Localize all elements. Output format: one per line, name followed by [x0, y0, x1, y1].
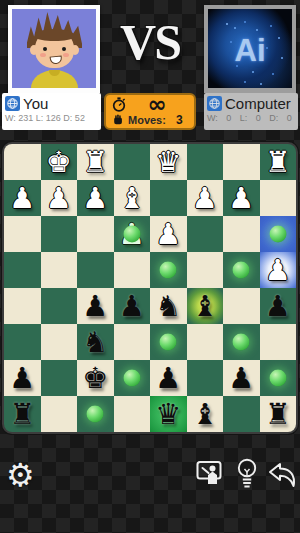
- square-f4[interactable]: [77, 252, 114, 288]
- square-b8[interactable]: [223, 396, 260, 432]
- globe-icon: [207, 96, 222, 111]
- black-knight: ♞: [150, 288, 187, 324]
- player-name: You: [23, 95, 48, 112]
- hand-icon: [112, 114, 124, 126]
- chess-board: ♚♜♛♜♟♟♟♝♟♟♟♟♟♟♟♞♝♟♞♟♚♟♟♜♛♝♜: [4, 144, 296, 432]
- white-pawn: ♟: [223, 180, 260, 216]
- square-b5[interactable]: [223, 288, 260, 324]
- square-d1[interactable]: ♛: [150, 144, 187, 180]
- move-hint-dot: [160, 262, 177, 279]
- board-frame: ♚♜♛♜♟♟♟♝♟♟♟♟♟♟♟♞♝♟♞♟♚♟♟♜♛♝♜: [2, 142, 298, 434]
- square-c5[interactable]: ♝: [187, 288, 224, 324]
- player-info-box: You W: 231 L: 126 D: 52: [2, 93, 101, 130]
- black-pawn: ♟: [77, 288, 114, 324]
- settings-gear-icon[interactable]: ⚙: [6, 456, 35, 494]
- square-b2[interactable]: ♟: [223, 180, 260, 216]
- computer-name: Computer: [225, 95, 291, 112]
- vs-label: VS: [100, 13, 200, 71]
- move-hint-dot: [269, 370, 286, 387]
- white-pawn: ♟: [41, 180, 78, 216]
- square-b3[interactable]: [223, 216, 260, 252]
- square-a3[interactable]: [260, 216, 297, 252]
- black-knight: ♞: [77, 324, 114, 360]
- move-hint-dot: [123, 226, 140, 243]
- square-g5[interactable]: [41, 288, 78, 324]
- move-hint-dot: [233, 334, 250, 351]
- square-h2[interactable]: ♟: [4, 180, 41, 216]
- move-hint-dot: [87, 406, 104, 423]
- white-pawn: ♟: [187, 180, 224, 216]
- move-hint-dot: [123, 370, 140, 387]
- square-d8[interactable]: ♛: [150, 396, 187, 432]
- square-d3[interactable]: ♟: [150, 216, 187, 252]
- move-hint-dot: [160, 334, 177, 351]
- player-stats: W: 231 L: 126 D: 52: [5, 113, 101, 123]
- square-h5[interactable]: [4, 288, 41, 324]
- square-f7[interactable]: ♚: [77, 360, 114, 396]
- square-b7[interactable]: ♟: [223, 360, 260, 396]
- square-h4[interactable]: [4, 252, 41, 288]
- square-a8[interactable]: ♜: [260, 396, 297, 432]
- square-d6[interactable]: [150, 324, 187, 360]
- square-b6[interactable]: [223, 324, 260, 360]
- square-e8[interactable]: [114, 396, 151, 432]
- square-h8[interactable]: ♜: [4, 396, 41, 432]
- globe-icon: [5, 96, 20, 111]
- infinite-time-symbol: ∞: [126, 97, 188, 111]
- black-rook: ♜: [4, 396, 41, 432]
- black-pawn: ♟: [4, 360, 41, 396]
- square-c2[interactable]: ♟: [187, 180, 224, 216]
- square-d2[interactable]: [150, 180, 187, 216]
- square-g7[interactable]: [41, 360, 78, 396]
- square-d4[interactable]: [150, 252, 187, 288]
- moves-count: 3: [176, 113, 183, 127]
- white-pawn: ♟: [150, 216, 187, 252]
- square-e5[interactable]: ♟: [114, 288, 151, 324]
- white-rook: ♜: [260, 144, 297, 180]
- square-b1[interactable]: [223, 144, 260, 180]
- square-g4[interactable]: [41, 252, 78, 288]
- square-f3[interactable]: [77, 216, 114, 252]
- white-pawn: ♟: [4, 180, 41, 216]
- chess-app-screen: VS Ai You W: 231 L: 126 D: 52: [0, 0, 300, 533]
- square-c8[interactable]: ♝: [187, 396, 224, 432]
- white-queen: ♛: [150, 144, 187, 180]
- square-h7[interactable]: ♟: [4, 360, 41, 396]
- white-rook: ♜: [77, 144, 114, 180]
- square-h1[interactable]: [4, 144, 41, 180]
- player-avatar-image: [12, 9, 96, 88]
- black-pawn: ♟: [223, 360, 260, 396]
- square-a6[interactable]: [260, 324, 297, 360]
- ai-brain-image: Ai: [208, 9, 292, 88]
- square-c6[interactable]: [187, 324, 224, 360]
- square-e2[interactable]: ♝: [114, 180, 151, 216]
- square-f6[interactable]: ♞: [77, 324, 114, 360]
- moves-label: Moves:: [128, 114, 166, 126]
- square-b4[interactable]: [223, 252, 260, 288]
- square-f2[interactable]: ♟: [77, 180, 114, 216]
- square-g2[interactable]: ♟: [41, 180, 78, 216]
- black-pawn: ♟: [260, 288, 297, 324]
- move-hint-dot: [269, 226, 286, 243]
- ai-label: Ai: [208, 33, 292, 69]
- white-pawn: ♟: [77, 180, 114, 216]
- circuit-dots: [226, 23, 228, 25]
- computer-info-box: Computer W: 0 L: 0 D: 0: [204, 93, 298, 130]
- undo-arrow-icon[interactable]: [267, 461, 297, 489]
- square-g1[interactable]: ♚: [41, 144, 78, 180]
- square-c4[interactable]: [187, 252, 224, 288]
- black-bishop: ♝: [187, 396, 224, 432]
- square-f1[interactable]: ♜: [77, 144, 114, 180]
- black-rook: ♜: [260, 396, 297, 432]
- square-a4[interactable]: ♟: [260, 252, 297, 288]
- white-bishop: ♝: [114, 180, 151, 216]
- square-e7[interactable]: [114, 360, 151, 396]
- computer-avatar: Ai: [204, 5, 296, 93]
- moves-box: ∞ Moves: 3: [104, 93, 196, 130]
- black-bishop: ♝: [187, 288, 224, 324]
- square-g6[interactable]: [41, 324, 78, 360]
- hint-bulb-icon[interactable]: [236, 457, 258, 491]
- black-queen: ♛: [150, 396, 187, 432]
- move-hint-dot: [233, 262, 250, 279]
- player-avatar: [8, 5, 100, 93]
- square-d5[interactable]: ♞: [150, 288, 187, 324]
- white-pawn: ♟: [260, 252, 297, 288]
- stopwatch-icon: [112, 97, 126, 112]
- square-h6[interactable]: [4, 324, 41, 360]
- square-g8[interactable]: [41, 396, 78, 432]
- tutorial-board-icon[interactable]: [196, 460, 223, 490]
- white-king: ♚: [41, 144, 78, 180]
- black-pawn: ♟: [114, 288, 151, 324]
- square-d7[interactable]: ♟: [150, 360, 187, 396]
- square-f5[interactable]: ♟: [77, 288, 114, 324]
- square-c7[interactable]: [187, 360, 224, 396]
- square-e1[interactable]: [114, 144, 151, 180]
- square-c1[interactable]: [187, 144, 224, 180]
- square-e4[interactable]: [114, 252, 151, 288]
- square-e3[interactable]: ♟: [114, 216, 151, 252]
- square-g3[interactable]: [41, 216, 78, 252]
- square-e6[interactable]: [114, 324, 151, 360]
- square-f8[interactable]: [77, 396, 114, 432]
- square-a7[interactable]: [260, 360, 297, 396]
- square-a1[interactable]: ♜: [260, 144, 297, 180]
- square-a5[interactable]: ♟: [260, 288, 297, 324]
- black-king: ♚: [77, 360, 114, 396]
- square-h3[interactable]: [4, 216, 41, 252]
- black-pawn: ♟: [150, 360, 187, 396]
- computer-stats: W: 0 L: 0 D: 0: [207, 113, 298, 123]
- square-a2[interactable]: [260, 180, 297, 216]
- square-c3[interactable]: [187, 216, 224, 252]
